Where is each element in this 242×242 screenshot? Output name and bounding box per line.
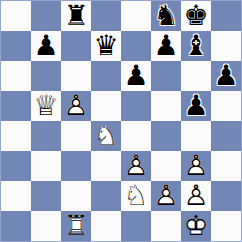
piece-white-rook[interactable]: ♜♖ [61,211,91,241]
square-h5[interactable] [211,91,241,121]
square-h3[interactable] [211,151,241,181]
piece-glyph: ♟ [181,91,211,121]
piece-outline-layer: ♕ [31,91,61,121]
piece-fill-layer: ♟ [151,181,181,211]
chess-board: ♜♞♚♟♛♟♝♟♟♛♕♟♙♟♞♘♟♙♟♙♞♘♟♙♟♙♜♖♚♔ [0,0,242,242]
piece-fill-layer: ♜ [61,211,91,241]
piece-black-queen[interactable]: ♛ [91,31,121,61]
square-d2[interactable] [91,181,121,211]
square-a8[interactable] [1,1,31,31]
piece-white-queen[interactable]: ♛♕ [31,91,61,121]
square-a4[interactable] [1,121,31,151]
square-d6[interactable] [91,61,121,91]
square-e6[interactable]: ♟ [121,61,151,91]
square-b4[interactable] [31,121,61,151]
square-a2[interactable] [1,181,31,211]
square-f7[interactable]: ♟ [151,31,181,61]
square-h4[interactable] [211,121,241,151]
piece-glyph: ♝ [181,31,211,61]
square-d1[interactable] [91,211,121,241]
piece-black-pawn[interactable]: ♟ [121,61,151,91]
square-d8[interactable] [91,1,121,31]
square-d3[interactable] [91,151,121,181]
piece-fill-layer: ♟ [121,151,151,181]
square-g6[interactable] [181,61,211,91]
piece-glyph: ♛ [91,31,121,61]
square-h2[interactable] [211,181,241,211]
square-a5[interactable] [1,91,31,121]
piece-glyph: ♟ [121,61,151,91]
piece-fill-layer: ♛ [31,91,61,121]
piece-fill-layer: ♞ [91,121,121,151]
piece-fill-layer: ♞ [121,181,151,211]
square-e2[interactable]: ♞♘ [121,181,151,211]
square-e5[interactable] [121,91,151,121]
square-f1[interactable] [151,211,181,241]
piece-black-knight[interactable]: ♞ [151,1,181,31]
square-c3[interactable] [61,151,91,181]
piece-glyph: ♞ [151,1,181,31]
piece-fill-layer: ♚ [181,211,211,241]
square-f6[interactable] [151,61,181,91]
piece-black-pawn[interactable]: ♟ [151,31,181,61]
square-g3[interactable]: ♟♙ [181,151,211,181]
square-f5[interactable] [151,91,181,121]
square-e8[interactable] [121,1,151,31]
square-a7[interactable] [1,31,31,61]
square-b8[interactable] [31,1,61,31]
square-b2[interactable] [31,181,61,211]
piece-outline-layer: ♙ [181,181,211,211]
square-c1[interactable]: ♜♖ [61,211,91,241]
square-b5[interactable]: ♛♕ [31,91,61,121]
square-b6[interactable] [31,61,61,91]
square-g4[interactable] [181,121,211,151]
piece-glyph: ♟ [151,31,181,61]
square-f4[interactable] [151,121,181,151]
square-c7[interactable] [61,31,91,61]
piece-outline-layer: ♘ [121,181,151,211]
square-f3[interactable] [151,151,181,181]
square-g5[interactable]: ♟ [181,91,211,121]
piece-white-king[interactable]: ♚♔ [181,211,211,241]
piece-black-pawn[interactable]: ♟ [211,61,241,91]
square-e3[interactable]: ♟♙ [121,151,151,181]
piece-outline-layer: ♘ [91,121,121,151]
piece-outline-layer: ♙ [61,91,91,121]
square-e4[interactable] [121,121,151,151]
square-f2[interactable]: ♟♙ [151,181,181,211]
piece-white-knight[interactable]: ♞♘ [121,181,151,211]
square-a6[interactable] [1,61,31,91]
piece-black-king[interactable]: ♚ [181,1,211,31]
square-b1[interactable] [31,211,61,241]
square-g1[interactable]: ♚♔ [181,211,211,241]
square-b7[interactable]: ♟ [31,31,61,61]
piece-outline-layer: ♙ [151,181,181,211]
piece-black-bishop[interactable]: ♝ [181,31,211,61]
square-c8[interactable]: ♜ [61,1,91,31]
piece-black-rook[interactable]: ♜ [61,1,91,31]
square-d5[interactable] [91,91,121,121]
piece-black-pawn[interactable]: ♟ [31,31,61,61]
square-d4[interactable]: ♞♘ [91,121,121,151]
piece-white-pawn[interactable]: ♟♙ [181,151,211,181]
piece-white-pawn[interactable]: ♟♙ [121,151,151,181]
piece-fill-layer: ♟ [181,181,211,211]
piece-glyph: ♟ [31,31,61,61]
piece-glyph: ♚ [181,1,211,31]
square-b3[interactable] [31,151,61,181]
piece-outline-layer: ♙ [181,151,211,181]
square-c4[interactable] [61,121,91,151]
piece-white-pawn[interactable]: ♟♙ [181,181,211,211]
square-d7[interactable]: ♛ [91,31,121,61]
square-g7[interactable]: ♝ [181,31,211,61]
square-e1[interactable] [121,211,151,241]
piece-white-pawn[interactable]: ♟♙ [151,181,181,211]
square-f8[interactable]: ♞ [151,1,181,31]
piece-fill-layer: ♟ [61,91,91,121]
square-a1[interactable] [1,211,31,241]
square-h6[interactable]: ♟ [211,61,241,91]
piece-fill-layer: ♟ [181,151,211,181]
piece-glyph: ♟ [211,61,241,91]
piece-outline-layer: ♔ [181,211,211,241]
square-c5[interactable]: ♟♙ [61,91,91,121]
piece-outline-layer: ♙ [121,151,151,181]
square-h8[interactable] [211,1,241,31]
piece-glyph: ♜ [61,1,91,31]
piece-black-pawn[interactable]: ♟ [181,91,211,121]
square-h1[interactable] [211,211,241,241]
square-e7[interactable] [121,31,151,61]
square-g2[interactable]: ♟♙ [181,181,211,211]
square-c2[interactable] [61,181,91,211]
square-c6[interactable] [61,61,91,91]
piece-outline-layer: ♖ [61,211,91,241]
square-a3[interactable] [1,151,31,181]
square-h7[interactable] [211,31,241,61]
square-g8[interactable]: ♚ [181,1,211,31]
piece-white-pawn[interactable]: ♟♙ [61,91,91,121]
piece-white-knight[interactable]: ♞♘ [91,121,121,151]
